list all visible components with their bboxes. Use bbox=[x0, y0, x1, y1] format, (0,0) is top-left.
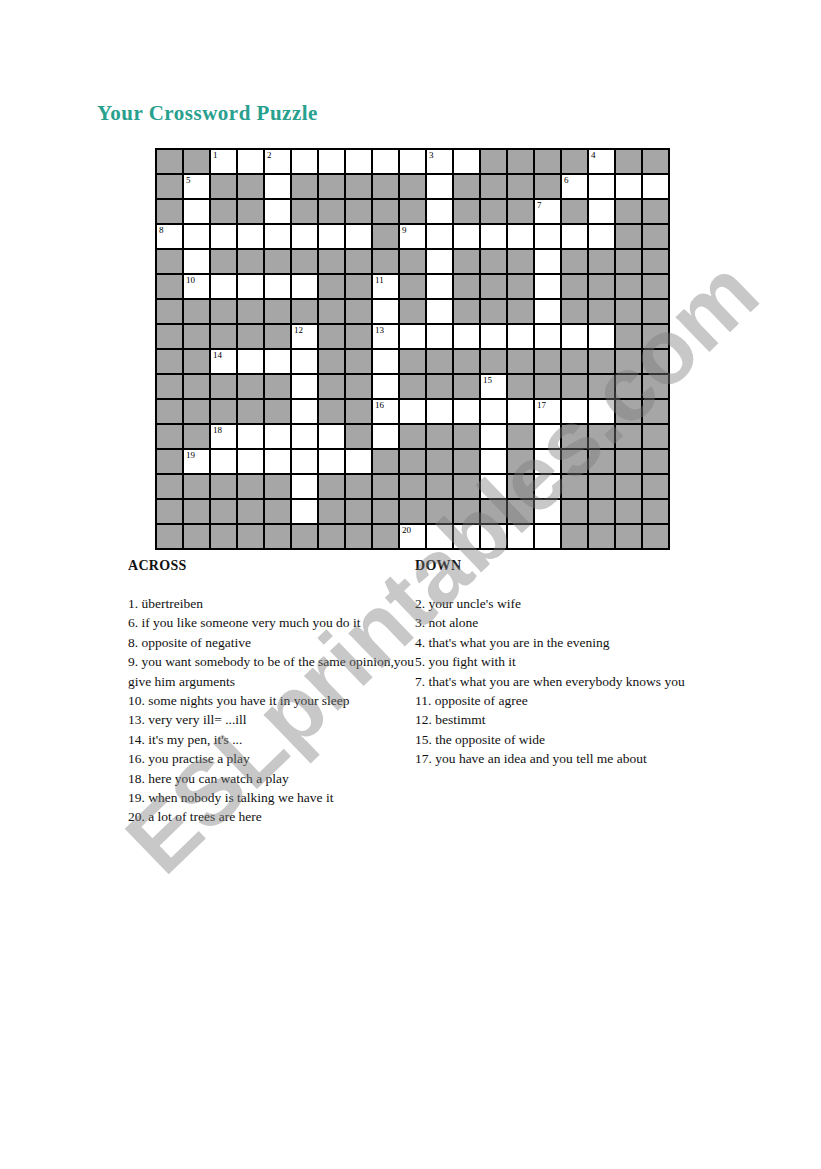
grid-cell-block bbox=[373, 475, 398, 498]
grid-cell-block bbox=[292, 525, 317, 548]
grid-cell-block bbox=[292, 175, 317, 198]
grid-cell[interactable] bbox=[238, 425, 263, 448]
grid-cell[interactable] bbox=[427, 275, 452, 298]
grid-cell-block bbox=[535, 150, 560, 173]
grid-cell-block bbox=[616, 350, 641, 373]
grid-cell[interactable] bbox=[265, 275, 290, 298]
grid-cell-block bbox=[373, 175, 398, 198]
grid-cell-block bbox=[589, 475, 614, 498]
grid-cell-block bbox=[508, 475, 533, 498]
clue-number: 1 bbox=[213, 150, 218, 161]
grid-cell[interactable] bbox=[292, 275, 317, 298]
grid-cell[interactable] bbox=[346, 150, 371, 173]
grid-cell-block bbox=[373, 200, 398, 223]
clue-item: 10. some nights you have it in your slee… bbox=[128, 691, 415, 710]
grid-cell-block bbox=[508, 375, 533, 398]
grid-cell[interactable] bbox=[319, 450, 344, 473]
grid-cell-block bbox=[211, 475, 236, 498]
clue-number: 9 bbox=[402, 225, 407, 236]
grid-cell[interactable] bbox=[292, 150, 317, 173]
grid-cell[interactable]: 2 bbox=[265, 150, 290, 173]
grid-cell-block bbox=[346, 325, 371, 348]
grid-cell-block bbox=[535, 375, 560, 398]
grid-cell[interactable] bbox=[265, 425, 290, 448]
grid-cell-block bbox=[616, 500, 641, 523]
grid-cell-block bbox=[157, 400, 182, 423]
grid-cell-block bbox=[616, 250, 641, 273]
grid-cell-block bbox=[238, 525, 263, 548]
grid-cell[interactable] bbox=[238, 450, 263, 473]
grid-cell[interactable] bbox=[535, 275, 560, 298]
grid-cell[interactable] bbox=[481, 525, 506, 548]
grid-cell[interactable]: 20 bbox=[400, 525, 425, 548]
page-title: Your Crossword Puzzle bbox=[97, 101, 318, 126]
grid-cell-block bbox=[454, 375, 479, 398]
grid-cell-block bbox=[481, 150, 506, 173]
grid-cell[interactable] bbox=[535, 450, 560, 473]
grid-cell-block bbox=[265, 525, 290, 548]
grid-cell-block bbox=[157, 450, 182, 473]
clue-item: 19. when nobody is talking we have it bbox=[128, 788, 415, 807]
grid-cell-block bbox=[643, 475, 668, 498]
grid-cell-block bbox=[427, 425, 452, 448]
grid-cell-block bbox=[454, 450, 479, 473]
clue-number: 19 bbox=[186, 450, 195, 461]
grid-cell-block bbox=[589, 375, 614, 398]
grid-cell[interactable] bbox=[265, 200, 290, 223]
grid-cell-block bbox=[481, 300, 506, 323]
grid-cell-block bbox=[265, 475, 290, 498]
grid-cell[interactable]: 9 bbox=[400, 225, 425, 248]
grid-cell[interactable] bbox=[319, 425, 344, 448]
grid-cell[interactable] bbox=[211, 225, 236, 248]
grid-cell[interactable]: 16 bbox=[373, 400, 398, 423]
grid-cell[interactable] bbox=[319, 225, 344, 248]
grid-cell-block bbox=[265, 300, 290, 323]
grid-cell-block bbox=[346, 375, 371, 398]
grid-cell[interactable] bbox=[184, 200, 209, 223]
worksheet-page: { "game": "crossword", "title": "Your Cr… bbox=[0, 0, 821, 1169]
grid-cell-block bbox=[454, 300, 479, 323]
clue-item: 3. not alone bbox=[415, 613, 688, 632]
across-clues-column: ACROSS 1. übertreiben6. if you like some… bbox=[128, 556, 415, 827]
grid-cell-block bbox=[319, 475, 344, 498]
grid-cell[interactable] bbox=[427, 325, 452, 348]
grid-cell-block bbox=[508, 450, 533, 473]
clue-number: 16 bbox=[375, 400, 384, 411]
grid-cell[interactable] bbox=[346, 225, 371, 248]
clue-item: 14. it's my pen, it's ... bbox=[128, 730, 415, 749]
grid-cell[interactable]: 5 bbox=[184, 175, 209, 198]
grid-cell-block bbox=[184, 400, 209, 423]
grid-cell-block bbox=[643, 350, 668, 373]
grid-cell-block bbox=[184, 150, 209, 173]
grid-cell[interactable] bbox=[238, 150, 263, 173]
grid-cell-block bbox=[454, 500, 479, 523]
grid-cell-block bbox=[454, 350, 479, 373]
grid-cell[interactable] bbox=[427, 175, 452, 198]
grid-cell[interactable] bbox=[562, 400, 587, 423]
grid-cell-block bbox=[157, 275, 182, 298]
clue-item: 16. you practise a play bbox=[128, 749, 415, 768]
grid-cell-block bbox=[400, 475, 425, 498]
grid-cell-block bbox=[616, 200, 641, 223]
clue-item: 6. if you like someone very much you do … bbox=[128, 613, 415, 632]
grid-cell-block bbox=[346, 250, 371, 273]
grid-cell-block bbox=[562, 500, 587, 523]
grid-cell-block bbox=[211, 525, 236, 548]
grid-cell-block bbox=[589, 450, 614, 473]
clue-item: 17. you have an idea and you tell me abo… bbox=[415, 749, 688, 768]
grid-cell-block bbox=[346, 525, 371, 548]
grid-cell-block bbox=[238, 500, 263, 523]
grid-cell-block bbox=[643, 450, 668, 473]
grid-cell-block bbox=[157, 200, 182, 223]
grid-cell-block bbox=[184, 500, 209, 523]
grid-cell[interactable] bbox=[481, 450, 506, 473]
grid-cell[interactable] bbox=[184, 225, 209, 248]
grid-cell[interactable] bbox=[535, 250, 560, 273]
grid-cell[interactable]: 8 bbox=[157, 225, 182, 248]
grid-cell[interactable] bbox=[427, 200, 452, 223]
grid-cell-block bbox=[589, 300, 614, 323]
grid-cell[interactable] bbox=[292, 350, 317, 373]
clue-number: 4 bbox=[591, 150, 596, 161]
grid-cell[interactable] bbox=[292, 375, 317, 398]
grid-cell-block bbox=[400, 350, 425, 373]
clue-item: 18. here you can watch a play bbox=[128, 769, 415, 788]
grid-cell-block bbox=[508, 500, 533, 523]
grid-cell-block bbox=[400, 375, 425, 398]
grid-cell-block bbox=[265, 400, 290, 423]
grid-cell-block bbox=[427, 375, 452, 398]
grid-cell-block bbox=[346, 300, 371, 323]
grid-cell[interactable] bbox=[373, 300, 398, 323]
grid-cell[interactable] bbox=[427, 400, 452, 423]
grid-cell[interactable] bbox=[454, 400, 479, 423]
grid-cell-block bbox=[400, 300, 425, 323]
clue-item: 4. that's what you are in the evening bbox=[415, 633, 688, 652]
across-clues-list: 1. übertreiben6. if you like someone ver… bbox=[128, 594, 415, 827]
grid-cell-block bbox=[454, 275, 479, 298]
grid-cell[interactable] bbox=[373, 350, 398, 373]
grid-cell-block bbox=[454, 425, 479, 448]
grid-cell-block bbox=[562, 525, 587, 548]
grid-cell-block bbox=[616, 400, 641, 423]
grid-cell[interactable] bbox=[535, 225, 560, 248]
grid-cell-block bbox=[400, 250, 425, 273]
grid-cell[interactable] bbox=[535, 475, 560, 498]
grid-cell[interactable] bbox=[508, 525, 533, 548]
grid-cell-block bbox=[616, 325, 641, 348]
grid-cell[interactable]: 6 bbox=[562, 175, 587, 198]
grid-cell[interactable] bbox=[454, 325, 479, 348]
grid-cell[interactable] bbox=[292, 400, 317, 423]
grid-cell[interactable] bbox=[400, 325, 425, 348]
grid-cell-block bbox=[238, 375, 263, 398]
grid-cell[interactable] bbox=[481, 425, 506, 448]
grid-cell-block bbox=[589, 425, 614, 448]
grid-cell-block bbox=[265, 250, 290, 273]
grid-cell[interactable]: 7 bbox=[535, 200, 560, 223]
grid-cell-block bbox=[211, 200, 236, 223]
grid-cell[interactable] bbox=[508, 225, 533, 248]
grid-cell-block bbox=[508, 150, 533, 173]
grid-cell-block bbox=[238, 400, 263, 423]
grid-cell[interactable] bbox=[373, 375, 398, 398]
grid-cell[interactable] bbox=[427, 300, 452, 323]
grid-cell-block bbox=[643, 300, 668, 323]
grid-cell[interactable] bbox=[346, 450, 371, 473]
grid-cell-block bbox=[211, 375, 236, 398]
grid-cell[interactable] bbox=[562, 225, 587, 248]
clue-number: 17 bbox=[537, 400, 546, 411]
grid-cell-block bbox=[643, 250, 668, 273]
grid-cell-block bbox=[616, 450, 641, 473]
down-clues-list: 2. your uncle's wife3. not alone4. that'… bbox=[415, 594, 688, 769]
clue-number: 7 bbox=[537, 200, 542, 211]
grid-cell[interactable] bbox=[427, 525, 452, 548]
clue-number: 8 bbox=[159, 225, 164, 236]
grid-cell-block bbox=[319, 200, 344, 223]
grid-cell[interactable] bbox=[184, 250, 209, 273]
grid-cell[interactable] bbox=[265, 450, 290, 473]
grid-cell-block bbox=[562, 450, 587, 473]
grid-cell-block bbox=[400, 500, 425, 523]
grid-cell-block bbox=[508, 250, 533, 273]
grid-cell-block bbox=[562, 425, 587, 448]
grid-cell[interactable] bbox=[589, 325, 614, 348]
grid-cell[interactable] bbox=[589, 225, 614, 248]
grid-cell[interactable] bbox=[481, 400, 506, 423]
grid-cell[interactable] bbox=[400, 150, 425, 173]
grid-cell-block bbox=[346, 350, 371, 373]
grid-cell-block bbox=[292, 300, 317, 323]
grid-cell[interactable] bbox=[292, 425, 317, 448]
clue-number: 13 bbox=[375, 325, 384, 336]
grid-cell-block bbox=[643, 325, 668, 348]
grid-cell[interactable]: 14 bbox=[211, 350, 236, 373]
grid-cell[interactable] bbox=[535, 525, 560, 548]
grid-cell-block bbox=[616, 375, 641, 398]
grid-cell[interactable] bbox=[265, 175, 290, 198]
grid-cell-block bbox=[319, 525, 344, 548]
clue-item: 12. bestimmt bbox=[415, 710, 688, 729]
grid-cell-block bbox=[157, 375, 182, 398]
grid-cell-block bbox=[481, 175, 506, 198]
grid-cell[interactable]: 10 bbox=[184, 275, 209, 298]
grid-cell[interactable]: 15 bbox=[481, 375, 506, 398]
grid-cell[interactable] bbox=[265, 225, 290, 248]
grid-cell-block bbox=[643, 525, 668, 548]
grid-cell[interactable] bbox=[238, 275, 263, 298]
grid-cell[interactable] bbox=[238, 225, 263, 248]
grid-cell[interactable] bbox=[211, 275, 236, 298]
grid-cell-block bbox=[508, 275, 533, 298]
grid-cell-block bbox=[400, 200, 425, 223]
grid-cell-block bbox=[643, 200, 668, 223]
grid-cell-block bbox=[562, 350, 587, 373]
grid-cell[interactable] bbox=[400, 400, 425, 423]
grid-cell-block bbox=[319, 250, 344, 273]
grid-cell[interactable] bbox=[454, 525, 479, 548]
grid-cell-block bbox=[265, 375, 290, 398]
grid-cell[interactable]: 11 bbox=[373, 275, 398, 298]
grid-cell[interactable] bbox=[373, 150, 398, 173]
grid-cell-block bbox=[184, 300, 209, 323]
grid-cell-block bbox=[643, 500, 668, 523]
grid-cell-block bbox=[562, 275, 587, 298]
grid-cell-block bbox=[373, 525, 398, 548]
down-heading: DOWN bbox=[415, 556, 688, 575]
grid-cell-block bbox=[400, 450, 425, 473]
grid-cell-block bbox=[319, 275, 344, 298]
grid-cell[interactable] bbox=[292, 450, 317, 473]
grid-cell[interactable] bbox=[481, 475, 506, 498]
grid-cell-block bbox=[508, 300, 533, 323]
grid-cell-block bbox=[346, 475, 371, 498]
grid-cell-block bbox=[562, 300, 587, 323]
grid-cell-block bbox=[508, 350, 533, 373]
grid-cell-block bbox=[238, 250, 263, 273]
clue-number: 14 bbox=[213, 350, 222, 361]
grid-cell-block bbox=[238, 175, 263, 198]
grid-cell[interactable] bbox=[265, 350, 290, 373]
grid-cell[interactable] bbox=[535, 500, 560, 523]
clue-item: 11. opposite of agree bbox=[415, 691, 688, 710]
grid-cell[interactable] bbox=[508, 325, 533, 348]
grid-cell-block bbox=[427, 450, 452, 473]
grid-cell-block bbox=[184, 325, 209, 348]
grid-cell[interactable] bbox=[589, 200, 614, 223]
grid-cell-block bbox=[481, 350, 506, 373]
grid-cell-block bbox=[427, 475, 452, 498]
clue-item: 15. the opposite of wide bbox=[415, 730, 688, 749]
grid-cell-block bbox=[481, 250, 506, 273]
grid-cell-block bbox=[184, 525, 209, 548]
grid-cell-block bbox=[346, 175, 371, 198]
grid-cell-block bbox=[400, 275, 425, 298]
grid-cell[interactable]: 19 bbox=[184, 450, 209, 473]
grid-cell[interactable]: 13 bbox=[373, 325, 398, 348]
grid-cell[interactable] bbox=[373, 425, 398, 448]
grid-cell-block bbox=[157, 475, 182, 498]
grid-cell-block bbox=[238, 475, 263, 498]
grid-cell-block bbox=[238, 325, 263, 348]
grid-cell-block bbox=[157, 350, 182, 373]
grid-cell-block bbox=[184, 475, 209, 498]
grid-cell-block bbox=[265, 325, 290, 348]
grid-cell[interactable]: 17 bbox=[535, 400, 560, 423]
grid-cell-block bbox=[184, 425, 209, 448]
grid-cell-block bbox=[454, 175, 479, 198]
clue-number: 12 bbox=[294, 325, 303, 336]
grid-cell-block bbox=[643, 150, 668, 173]
down-clues-column: DOWN 2. your uncle's wife3. not alone4. … bbox=[415, 556, 688, 827]
grid-cell[interactable] bbox=[238, 350, 263, 373]
grid-cell-block bbox=[643, 425, 668, 448]
grid-cell-block bbox=[616, 300, 641, 323]
grid-cell[interactable] bbox=[292, 500, 317, 523]
grid-cell[interactable] bbox=[508, 400, 533, 423]
clue-number: 5 bbox=[186, 175, 191, 186]
clue-item: 20. a lot of trees are here bbox=[128, 807, 415, 826]
clues-section: ACROSS 1. übertreiben6. if you like some… bbox=[128, 556, 688, 827]
crossword-grid: 1234567891011121314151617181920 bbox=[155, 148, 670, 550]
grid-cell[interactable] bbox=[589, 400, 614, 423]
grid-cell-block bbox=[643, 375, 668, 398]
grid-cell[interactable] bbox=[535, 300, 560, 323]
clue-number: 2 bbox=[267, 150, 272, 161]
clue-item: 2. your uncle's wife bbox=[415, 594, 688, 613]
grid-cell-block bbox=[319, 400, 344, 423]
grid-cell[interactable] bbox=[211, 450, 236, 473]
grid-cell-block bbox=[481, 500, 506, 523]
grid-cell[interactable] bbox=[616, 175, 641, 198]
clue-number: 3 bbox=[429, 150, 434, 161]
grid-cell-block bbox=[211, 400, 236, 423]
grid-cell[interactable] bbox=[562, 325, 587, 348]
grid-cell-block bbox=[616, 150, 641, 173]
grid-cell[interactable] bbox=[427, 225, 452, 248]
grid-cell[interactable]: 18 bbox=[211, 425, 236, 448]
grid-cell-block bbox=[562, 375, 587, 398]
grid-cell[interactable] bbox=[454, 150, 479, 173]
grid-cell[interactable]: 1 bbox=[211, 150, 236, 173]
grid-cell-block bbox=[211, 175, 236, 198]
grid-cell[interactable] bbox=[481, 225, 506, 248]
grid-cell[interactable] bbox=[319, 150, 344, 173]
grid-cell[interactable]: 12 bbox=[292, 325, 317, 348]
clue-number: 10 bbox=[186, 275, 195, 286]
clue-number: 20 bbox=[402, 525, 411, 536]
grid-cell-block bbox=[157, 500, 182, 523]
grid-cell-block bbox=[643, 400, 668, 423]
clue-item: 5. you fight with it bbox=[415, 652, 688, 671]
grid-cell-block bbox=[400, 425, 425, 448]
grid-cell[interactable] bbox=[535, 325, 560, 348]
grid-cell[interactable]: 4 bbox=[589, 150, 614, 173]
grid-cell-block bbox=[373, 450, 398, 473]
grid-cell[interactable] bbox=[427, 250, 452, 273]
grid-cell-block bbox=[157, 325, 182, 348]
clue-number: 18 bbox=[213, 425, 222, 436]
grid-cell[interactable] bbox=[643, 175, 668, 198]
grid-cell-block bbox=[157, 300, 182, 323]
grid-cell[interactable] bbox=[589, 175, 614, 198]
grid-cell[interactable] bbox=[481, 325, 506, 348]
grid-cell-block bbox=[157, 250, 182, 273]
grid-cell-block bbox=[454, 200, 479, 223]
clue-item: 9. you want somebody to be of the same o… bbox=[128, 652, 415, 691]
clue-item: 7. that's what you are when everybody kn… bbox=[415, 672, 688, 691]
grid-cell-block bbox=[184, 375, 209, 398]
grid-cell-block bbox=[535, 350, 560, 373]
grid-cell[interactable] bbox=[292, 225, 317, 248]
grid-cell-block bbox=[562, 250, 587, 273]
grid-cell-block bbox=[292, 200, 317, 223]
grid-cell[interactable] bbox=[292, 475, 317, 498]
grid-cell-block bbox=[481, 275, 506, 298]
grid-cell[interactable]: 3 bbox=[427, 150, 452, 173]
grid-cell[interactable] bbox=[535, 425, 560, 448]
grid-cell-block bbox=[157, 425, 182, 448]
clue-item: 1. übertreiben bbox=[128, 594, 415, 613]
grid-cell-block bbox=[589, 250, 614, 273]
grid-cell-block bbox=[319, 175, 344, 198]
grid-cell[interactable] bbox=[454, 225, 479, 248]
grid-cell-block bbox=[616, 475, 641, 498]
